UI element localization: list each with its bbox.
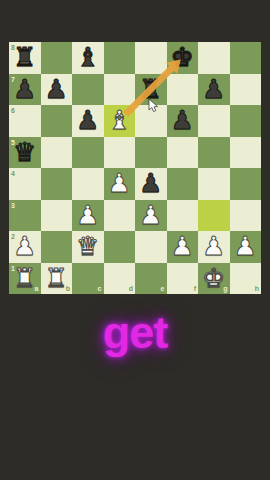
square-d3[interactable]	[104, 200, 136, 232]
square-a1[interactable]: 1a♜	[9, 263, 41, 295]
caption-text: get	[0, 300, 270, 366]
square-d1[interactable]: d	[104, 263, 136, 295]
square-c6[interactable]: ♟	[72, 105, 104, 137]
square-h2[interactable]: ♟	[230, 231, 262, 263]
square-d6[interactable]: ♝	[104, 105, 136, 137]
square-g4[interactable]	[198, 168, 230, 200]
square-a7[interactable]: 7♟	[9, 74, 41, 106]
piece-black-king[interactable]: ♚	[167, 42, 199, 74]
square-a8[interactable]: 8♜	[9, 42, 41, 74]
square-c4[interactable]	[72, 168, 104, 200]
square-f6[interactable]: ♟	[167, 105, 199, 137]
square-f8[interactable]: ♚	[167, 42, 199, 74]
square-d4[interactable]: ♟	[104, 168, 136, 200]
square-c5[interactable]	[72, 137, 104, 169]
square-c3[interactable]: ♟	[72, 200, 104, 232]
square-h8[interactable]	[230, 42, 262, 74]
square-g2[interactable]: ♟	[198, 231, 230, 263]
square-h1[interactable]: h	[230, 263, 262, 295]
piece-black-queen[interactable]: ♛	[9, 137, 41, 169]
square-d2[interactable]	[104, 231, 136, 263]
piece-white-pawn[interactable]: ♟	[9, 231, 41, 263]
piece-white-pawn[interactable]: ♟	[198, 231, 230, 263]
square-e5[interactable]	[135, 137, 167, 169]
square-b8[interactable]	[41, 42, 73, 74]
square-d5[interactable]	[104, 137, 136, 169]
square-f3[interactable]	[167, 200, 199, 232]
square-f2[interactable]: ♟	[167, 231, 199, 263]
piece-black-pawn[interactable]: ♟	[167, 105, 199, 137]
rank-label-6: 6	[11, 107, 15, 114]
square-e6[interactable]	[135, 105, 167, 137]
square-a6[interactable]: 6	[9, 105, 41, 137]
square-e1[interactable]: e	[135, 263, 167, 295]
piece-white-king[interactable]: ♚	[198, 263, 230, 295]
square-b7[interactable]: ♟	[41, 74, 73, 106]
square-h5[interactable]	[230, 137, 262, 169]
piece-white-pawn[interactable]: ♟	[230, 231, 262, 263]
square-h4[interactable]	[230, 168, 262, 200]
rank-label-3: 3	[11, 202, 15, 209]
chess-board: 8♜♝♚7♟♟♜♟6♟♝♟5♛4♟♟3♟♟2♟♛♟♟♟1a♜b♜cdefg♚h	[9, 42, 261, 294]
square-e2[interactable]	[135, 231, 167, 263]
square-h3[interactable]	[230, 200, 262, 232]
rank-label-4: 4	[11, 170, 15, 177]
square-g6[interactable]	[198, 105, 230, 137]
file-label-f: f	[194, 285, 196, 292]
square-e3[interactable]: ♟	[135, 200, 167, 232]
piece-white-rook[interactable]: ♜	[41, 263, 73, 295]
square-f4[interactable]	[167, 168, 199, 200]
piece-white-rook[interactable]: ♜	[9, 263, 41, 295]
square-g1[interactable]: g♚	[198, 263, 230, 295]
square-a3[interactable]: 3	[9, 200, 41, 232]
square-g8[interactable]	[198, 42, 230, 74]
square-c2[interactable]: ♛	[72, 231, 104, 263]
piece-black-bishop[interactable]: ♝	[72, 42, 104, 74]
piece-white-queen[interactable]: ♛	[72, 231, 104, 263]
square-a2[interactable]: 2♟	[9, 231, 41, 263]
square-b3[interactable]	[41, 200, 73, 232]
square-e7[interactable]: ♜	[135, 74, 167, 106]
square-f1[interactable]: f	[167, 263, 199, 295]
square-h6[interactable]	[230, 105, 262, 137]
square-d8[interactable]	[104, 42, 136, 74]
square-b1[interactable]: b♜	[41, 263, 73, 295]
square-c8[interactable]: ♝	[72, 42, 104, 74]
piece-white-pawn[interactable]: ♟	[104, 168, 136, 200]
square-b6[interactable]	[41, 105, 73, 137]
square-f5[interactable]	[167, 137, 199, 169]
square-a5[interactable]: 5♛	[9, 137, 41, 169]
square-g7[interactable]: ♟	[198, 74, 230, 106]
piece-black-rook[interactable]: ♜	[135, 74, 167, 106]
square-h7[interactable]	[230, 74, 262, 106]
square-e8[interactable]	[135, 42, 167, 74]
file-label-c: c	[98, 285, 102, 292]
piece-white-pawn[interactable]: ♟	[167, 231, 199, 263]
square-b5[interactable]	[41, 137, 73, 169]
square-a4[interactable]: 4	[9, 168, 41, 200]
square-b4[interactable]	[41, 168, 73, 200]
piece-black-pawn[interactable]: ♟	[198, 74, 230, 106]
file-label-h: h	[255, 285, 259, 292]
square-g5[interactable]	[198, 137, 230, 169]
square-g3[interactable]	[198, 200, 230, 232]
board-squares: 8♜♝♚7♟♟♜♟6♟♝♟5♛4♟♟3♟♟2♟♛♟♟♟1a♜b♜cdefg♚h	[9, 42, 261, 294]
square-d7[interactable]	[104, 74, 136, 106]
piece-black-pawn[interactable]: ♟	[135, 168, 167, 200]
piece-white-bishop[interactable]: ♝	[104, 105, 136, 137]
piece-black-pawn[interactable]: ♟	[9, 74, 41, 106]
file-label-d: d	[129, 285, 133, 292]
piece-black-pawn[interactable]: ♟	[41, 74, 73, 106]
piece-black-rook[interactable]: ♜	[9, 42, 41, 74]
piece-white-pawn[interactable]: ♟	[135, 200, 167, 232]
square-e4[interactable]: ♟	[135, 168, 167, 200]
square-c1[interactable]: c	[72, 263, 104, 295]
piece-white-pawn[interactable]: ♟	[72, 200, 104, 232]
square-c7[interactable]	[72, 74, 104, 106]
piece-black-pawn[interactable]: ♟	[72, 105, 104, 137]
square-f7[interactable]	[167, 74, 199, 106]
file-label-e: e	[161, 285, 165, 292]
square-b2[interactable]	[41, 231, 73, 263]
screenshot-root: 8♜♝♚7♟♟♜♟6♟♝♟5♛4♟♟3♟♟2♟♛♟♟♟1a♜b♜cdefg♚h …	[0, 0, 270, 480]
